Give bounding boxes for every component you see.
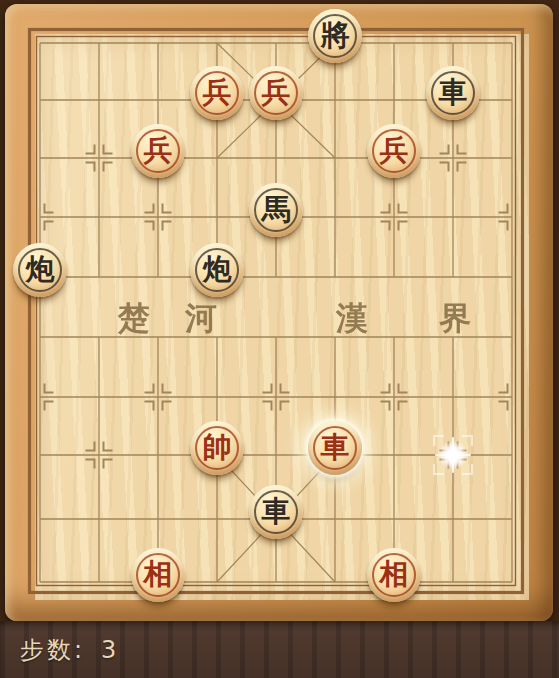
piece-glyph: 車 <box>439 78 468 109</box>
bottom-bar: 步数:3 CR173.COM UCBUG游戏网 .com <box>0 621 559 678</box>
piece-glyph: 炮 <box>203 255 232 286</box>
piece-glyph: 相 <box>144 560 173 591</box>
piece-red-相[interactable]: 相 <box>131 548 185 602</box>
piece-red-兵[interactable]: 兵 <box>249 66 303 120</box>
piece-black-車[interactable]: 車 <box>249 485 303 539</box>
piece-glyph: 將 <box>321 21 350 52</box>
piece-glyph: 兵 <box>203 78 232 109</box>
piece-glyph: 兵 <box>380 136 409 167</box>
piece-glyph: 車 <box>321 433 350 464</box>
piece-glyph: 車 <box>262 497 291 528</box>
piece-black-馬[interactable]: 馬 <box>249 183 303 237</box>
piece-glyph: 炮 <box>26 255 55 286</box>
piece-glyph: 帥 <box>203 433 232 464</box>
piece-black-將[interactable]: 將 <box>308 9 362 63</box>
piece-glyph: 兵 <box>144 136 173 167</box>
piece-glyph: 兵 <box>262 78 291 109</box>
piece-red-兵[interactable]: 兵 <box>131 124 185 178</box>
piece-black-炮[interactable]: 炮 <box>13 243 67 297</box>
move-counter-label: 步数: <box>20 636 85 664</box>
piece-glyph: 相 <box>380 560 409 591</box>
piece-red-相[interactable]: 相 <box>367 548 421 602</box>
piece-red-兵[interactable]: 兵 <box>190 66 244 120</box>
piece-glyph: 馬 <box>262 195 291 226</box>
move-counter-value: 3 <box>101 636 116 664</box>
move-counter: 步数:3 <box>20 634 116 666</box>
piece-red-帥[interactable]: 帥 <box>190 421 244 475</box>
piece-black-車[interactable]: 車 <box>426 66 480 120</box>
piece-red-兵[interactable]: 兵 <box>367 124 421 178</box>
piece-black-炮[interactable]: 炮 <box>190 243 244 297</box>
piece-red-車[interactable]: 車 <box>308 421 362 475</box>
